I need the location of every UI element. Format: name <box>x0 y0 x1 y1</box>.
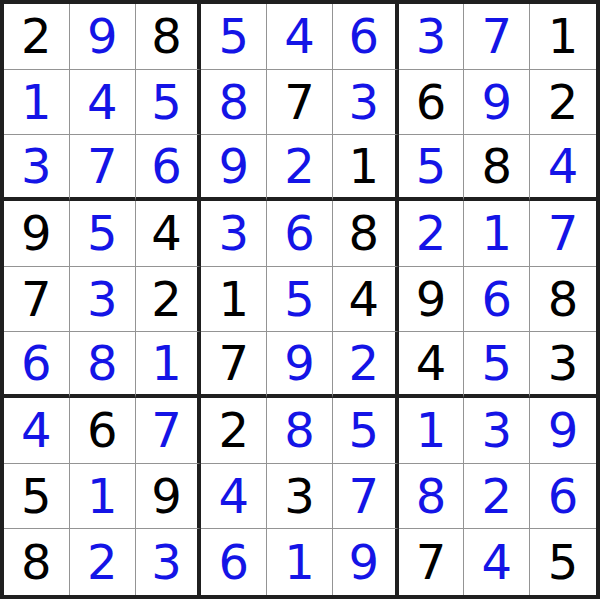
filled-digit: 4 <box>548 142 579 190</box>
filled-digit: 3 <box>87 275 118 323</box>
filled-digit: 1 <box>482 209 513 257</box>
filled-digit: 5 <box>218 12 249 60</box>
given-digit: 5 <box>548 538 579 586</box>
cell-r4c6[interactable]: 8 <box>333 201 399 267</box>
cell-r7c2[interactable]: 6 <box>70 398 136 464</box>
cell-r8c2[interactable]: 1 <box>70 464 136 530</box>
given-digit: 9 <box>21 209 52 257</box>
cell-r8c9[interactable]: 6 <box>530 464 596 530</box>
filled-digit: 4 <box>21 406 52 454</box>
cell-r6c7[interactable]: 4 <box>399 332 465 398</box>
cell-r9c6[interactable]: 9 <box>333 529 399 595</box>
filled-digit: 5 <box>87 209 118 257</box>
cell-r2c4[interactable]: 8 <box>201 70 267 136</box>
cell-r1c6[interactable]: 6 <box>333 4 399 70</box>
cell-r1c7[interactable]: 3 <box>399 4 465 70</box>
filled-digit: 1 <box>21 78 52 126</box>
cell-r5c1[interactable]: 7 <box>4 267 70 333</box>
cell-r5c4[interactable]: 1 <box>201 267 267 333</box>
given-digit: 1 <box>348 142 379 190</box>
cell-r3c1[interactable]: 3 <box>4 135 70 201</box>
filled-digit: 3 <box>218 209 249 257</box>
filled-digit: 5 <box>482 339 513 387</box>
sudoku-board: 2985463711458736923769215849543682177321… <box>0 0 600 599</box>
filled-digit: 6 <box>348 12 379 60</box>
cell-r1c4[interactable]: 5 <box>201 4 267 70</box>
cell-r5c8[interactable]: 6 <box>464 267 530 333</box>
cell-r3c3[interactable]: 6 <box>136 135 202 201</box>
filled-digit: 1 <box>284 538 315 586</box>
cell-r4c5[interactable]: 6 <box>267 201 333 267</box>
cell-r7c5[interactable]: 8 <box>267 398 333 464</box>
filled-digit: 6 <box>284 209 315 257</box>
given-digit: 9 <box>151 472 182 520</box>
given-digit: 6 <box>416 78 447 126</box>
cell-r5c7[interactable]: 9 <box>399 267 465 333</box>
filled-digit: 3 <box>482 406 513 454</box>
filled-digit: 4 <box>87 78 118 126</box>
given-digit: 2 <box>548 78 579 126</box>
filled-digit: 8 <box>218 78 249 126</box>
given-digit: 6 <box>87 406 118 454</box>
filled-digit: 9 <box>548 406 579 454</box>
given-digit: 5 <box>21 472 52 520</box>
cell-r2c7[interactable]: 6 <box>399 70 465 136</box>
given-digit: 2 <box>218 406 249 454</box>
given-digit: 7 <box>21 275 52 323</box>
cell-r4c8[interactable]: 1 <box>464 201 530 267</box>
given-digit: 1 <box>548 12 579 60</box>
cell-r9c5[interactable]: 1 <box>267 529 333 595</box>
cell-r3c2[interactable]: 7 <box>70 135 136 201</box>
filled-digit: 3 <box>348 78 379 126</box>
cell-r1c3[interactable]: 8 <box>136 4 202 70</box>
given-digit: 7 <box>218 339 249 387</box>
cell-r6c2[interactable]: 8 <box>70 332 136 398</box>
filled-digit: 5 <box>348 406 379 454</box>
cell-r1c9[interactable]: 1 <box>530 4 596 70</box>
cell-r9c7[interactable]: 7 <box>399 529 465 595</box>
cell-r1c8[interactable]: 7 <box>464 4 530 70</box>
filled-digit: 6 <box>218 538 249 586</box>
cell-r4c9[interactable]: 7 <box>530 201 596 267</box>
cell-r9c8[interactable]: 4 <box>464 529 530 595</box>
cell-r2c5[interactable]: 7 <box>267 70 333 136</box>
cell-r7c8[interactable]: 3 <box>464 398 530 464</box>
cell-r9c4[interactable]: 6 <box>201 529 267 595</box>
given-digit: 4 <box>348 275 379 323</box>
cell-r7c7[interactable]: 1 <box>399 398 465 464</box>
cell-r7c1[interactable]: 4 <box>4 398 70 464</box>
cell-r9c1[interactable]: 8 <box>4 529 70 595</box>
cell-r9c3[interactable]: 3 <box>136 529 202 595</box>
filled-digit: 4 <box>284 12 315 60</box>
filled-digit: 1 <box>416 406 447 454</box>
cell-r5c9[interactable]: 8 <box>530 267 596 333</box>
cell-r6c9[interactable]: 3 <box>530 332 596 398</box>
filled-digit: 1 <box>151 339 182 387</box>
filled-digit: 8 <box>87 339 118 387</box>
given-digit: 3 <box>548 339 579 387</box>
cell-r5c3[interactable]: 2 <box>136 267 202 333</box>
given-digit: 1 <box>218 275 249 323</box>
given-digit: 4 <box>416 339 447 387</box>
filled-digit: 2 <box>416 209 447 257</box>
cell-r5c6[interactable]: 4 <box>333 267 399 333</box>
sudoku-page: 2985463711458736923769215849543682177321… <box>0 0 600 599</box>
filled-digit: 6 <box>482 275 513 323</box>
cell-r8c7[interactable]: 8 <box>399 464 465 530</box>
filled-digit: 2 <box>348 339 379 387</box>
cell-r4c2[interactable]: 5 <box>70 201 136 267</box>
filled-digit: 6 <box>151 142 182 190</box>
filled-digit: 2 <box>482 472 513 520</box>
filled-digit: 7 <box>482 12 513 60</box>
filled-digit: 2 <box>87 538 118 586</box>
filled-digit: 3 <box>21 142 52 190</box>
filled-digit: 7 <box>348 472 379 520</box>
cell-r8c4[interactable]: 4 <box>201 464 267 530</box>
cell-r1c2[interactable]: 9 <box>70 4 136 70</box>
filled-digit: 5 <box>416 142 447 190</box>
cell-r3c9[interactable]: 4 <box>530 135 596 201</box>
given-digit: 7 <box>416 538 447 586</box>
filled-digit: 6 <box>548 472 579 520</box>
given-digit: 4 <box>151 209 182 257</box>
filled-digit: 1 <box>87 472 118 520</box>
cell-r2c9[interactable]: 2 <box>530 70 596 136</box>
filled-digit: 9 <box>284 339 315 387</box>
cell-r6c5[interactable]: 9 <box>267 332 333 398</box>
cell-r3c7[interactable]: 5 <box>399 135 465 201</box>
filled-digit: 4 <box>218 472 249 520</box>
cell-r8c5[interactable]: 3 <box>267 464 333 530</box>
cell-r5c5[interactable]: 5 <box>267 267 333 333</box>
filled-digit: 9 <box>87 12 118 60</box>
filled-digit: 9 <box>348 538 379 586</box>
cell-r8c8[interactable]: 2 <box>464 464 530 530</box>
cell-r6c8[interactable]: 5 <box>464 332 530 398</box>
cell-r5c2[interactable]: 3 <box>70 267 136 333</box>
filled-digit: 9 <box>218 142 249 190</box>
filled-digit: 5 <box>151 78 182 126</box>
filled-digit: 3 <box>151 538 182 586</box>
cell-r7c3[interactable]: 7 <box>136 398 202 464</box>
cell-r2c2[interactable]: 4 <box>70 70 136 136</box>
cell-r4c3[interactable]: 4 <box>136 201 202 267</box>
cell-r4c7[interactable]: 2 <box>399 201 465 267</box>
cell-r7c4[interactable]: 2 <box>201 398 267 464</box>
given-digit: 8 <box>151 12 182 60</box>
cell-r2c8[interactable]: 9 <box>464 70 530 136</box>
cell-r6c4[interactable]: 7 <box>201 332 267 398</box>
filled-digit: 7 <box>151 406 182 454</box>
given-digit: 3 <box>284 472 315 520</box>
cell-r2c1[interactable]: 1 <box>4 70 70 136</box>
filled-digit: 5 <box>284 275 315 323</box>
cell-r3c5[interactable]: 2 <box>267 135 333 201</box>
cell-r7c6[interactable]: 5 <box>333 398 399 464</box>
filled-digit: 9 <box>482 78 513 126</box>
filled-digit: 3 <box>416 12 447 60</box>
cell-r9c2[interactable]: 2 <box>70 529 136 595</box>
cell-r6c1[interactable]: 6 <box>4 332 70 398</box>
given-digit: 7 <box>284 78 315 126</box>
cell-r8c3[interactable]: 9 <box>136 464 202 530</box>
cell-r8c1[interactable]: 5 <box>4 464 70 530</box>
filled-digit: 7 <box>548 209 579 257</box>
cell-r6c6[interactable]: 2 <box>333 332 399 398</box>
cell-r6c3[interactable]: 1 <box>136 332 202 398</box>
cell-r2c3[interactable]: 5 <box>136 70 202 136</box>
cell-r3c4[interactable]: 9 <box>201 135 267 201</box>
filled-digit: 4 <box>482 538 513 586</box>
filled-digit: 6 <box>21 339 52 387</box>
cell-r8c6[interactable]: 7 <box>333 464 399 530</box>
cell-r1c1[interactable]: 2 <box>4 4 70 70</box>
filled-digit: 8 <box>416 472 447 520</box>
cell-r2c6[interactable]: 3 <box>333 70 399 136</box>
given-digit: 8 <box>482 142 513 190</box>
cell-r7c9[interactable]: 9 <box>530 398 596 464</box>
given-digit: 9 <box>416 275 447 323</box>
cell-r1c5[interactable]: 4 <box>267 4 333 70</box>
filled-digit: 7 <box>87 142 118 190</box>
given-digit: 2 <box>151 275 182 323</box>
filled-digit: 8 <box>284 406 315 454</box>
given-digit: 8 <box>21 538 52 586</box>
cell-r3c6[interactable]: 1 <box>333 135 399 201</box>
cell-r9c9[interactable]: 5 <box>530 529 596 595</box>
filled-digit: 2 <box>284 142 315 190</box>
given-digit: 2 <box>21 12 52 60</box>
cell-r3c8[interactable]: 8 <box>464 135 530 201</box>
cell-r4c4[interactable]: 3 <box>201 201 267 267</box>
given-digit: 8 <box>548 275 579 323</box>
given-digit: 8 <box>348 209 379 257</box>
cell-r4c1[interactable]: 9 <box>4 201 70 267</box>
